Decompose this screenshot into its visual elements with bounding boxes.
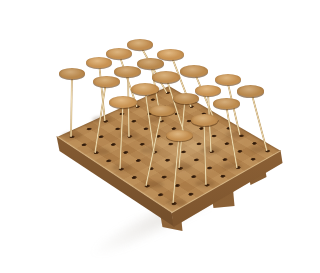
peg-disc xyxy=(152,71,180,83)
peg-disc xyxy=(114,66,141,77)
peg-stick xyxy=(250,91,268,152)
peg-disc xyxy=(237,85,264,96)
peg-disc xyxy=(106,48,132,59)
disc-cast-shadow xyxy=(166,199,186,206)
peg-disc xyxy=(59,68,85,79)
peg-stick xyxy=(70,74,73,137)
peg-disc xyxy=(137,58,164,69)
pegs-layer xyxy=(24,0,297,273)
peg-disc xyxy=(131,83,159,95)
peg-disc xyxy=(166,130,193,141)
peg-disc xyxy=(180,65,208,77)
peg-disc xyxy=(191,114,218,125)
peg-disc xyxy=(215,74,241,85)
disc-cast-shadow xyxy=(112,164,132,171)
peg-disc xyxy=(213,98,240,109)
disc-cast-shadow xyxy=(225,131,245,138)
peg-disc xyxy=(195,85,221,96)
peg-disc xyxy=(86,57,112,68)
peg-disc xyxy=(157,49,184,60)
product-photo-stage xyxy=(24,0,297,273)
disc-cast-shadow xyxy=(92,116,112,123)
disc-cast-shadow xyxy=(222,163,242,170)
peg-disc xyxy=(93,76,120,87)
peg-disc xyxy=(173,93,199,104)
disc-cast-shadow xyxy=(140,147,160,154)
peg-disc xyxy=(127,39,153,50)
peg-disc xyxy=(149,105,175,116)
